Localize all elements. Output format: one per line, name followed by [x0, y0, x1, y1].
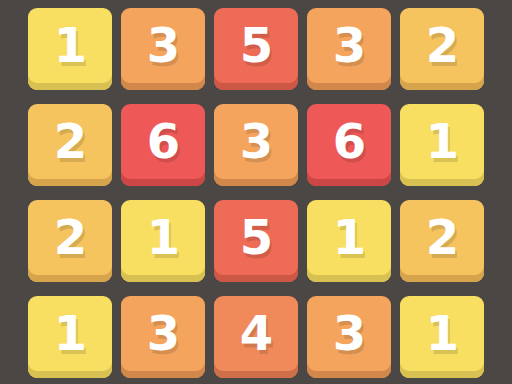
tile-value: 1	[54, 21, 86, 78]
tile-r4c2[interactable]: 3	[121, 296, 205, 378]
tile-r2c5[interactable]: 1	[400, 104, 484, 186]
tile-r2c2[interactable]: 6	[121, 104, 205, 186]
tile-r1c5[interactable]: 2	[400, 8, 484, 90]
tile-value: 1	[54, 309, 86, 366]
tile-r1c2[interactable]: 3	[121, 8, 205, 90]
tile-value: 3	[147, 21, 179, 78]
tile-r4c5[interactable]: 1	[400, 296, 484, 378]
tile-value: 4	[240, 309, 272, 366]
tile-r2c1[interactable]: 2	[28, 104, 112, 186]
tile-value: 6	[147, 117, 179, 174]
tile-r1c1[interactable]: 1	[28, 8, 112, 90]
tile-value: 1	[426, 117, 458, 174]
tile-value: 1	[333, 213, 365, 270]
tile-r2c4[interactable]: 6	[307, 104, 391, 186]
tile-value: 6	[333, 117, 365, 174]
tile-r3c3[interactable]: 5	[214, 200, 298, 282]
tile-r4c3[interactable]: 4	[214, 296, 298, 378]
tile-r3c2[interactable]: 1	[121, 200, 205, 282]
tile-value: 1	[147, 213, 179, 270]
tile-board: 13532263612151213431	[28, 8, 484, 378]
tile-value: 3	[333, 309, 365, 366]
tile-r3c5[interactable]: 2	[400, 200, 484, 282]
tile-r3c1[interactable]: 2	[28, 200, 112, 282]
tile-r4c4[interactable]: 3	[307, 296, 391, 378]
tile-r1c3[interactable]: 5	[214, 8, 298, 90]
game-stage: 13532263612151213431	[0, 0, 512, 384]
tile-value: 3	[147, 309, 179, 366]
tile-value: 2	[426, 21, 458, 78]
tile-value: 5	[240, 21, 272, 78]
tile-r2c3[interactable]: 3	[214, 104, 298, 186]
tile-value: 3	[240, 117, 272, 174]
tile-r1c4[interactable]: 3	[307, 8, 391, 90]
tile-value: 2	[54, 213, 86, 270]
tile-r4c1[interactable]: 1	[28, 296, 112, 378]
tile-value: 2	[426, 213, 458, 270]
tile-r3c4[interactable]: 1	[307, 200, 391, 282]
tile-value: 1	[426, 309, 458, 366]
tile-value: 5	[240, 213, 272, 270]
tile-value: 3	[333, 21, 365, 78]
tile-value: 2	[54, 117, 86, 174]
